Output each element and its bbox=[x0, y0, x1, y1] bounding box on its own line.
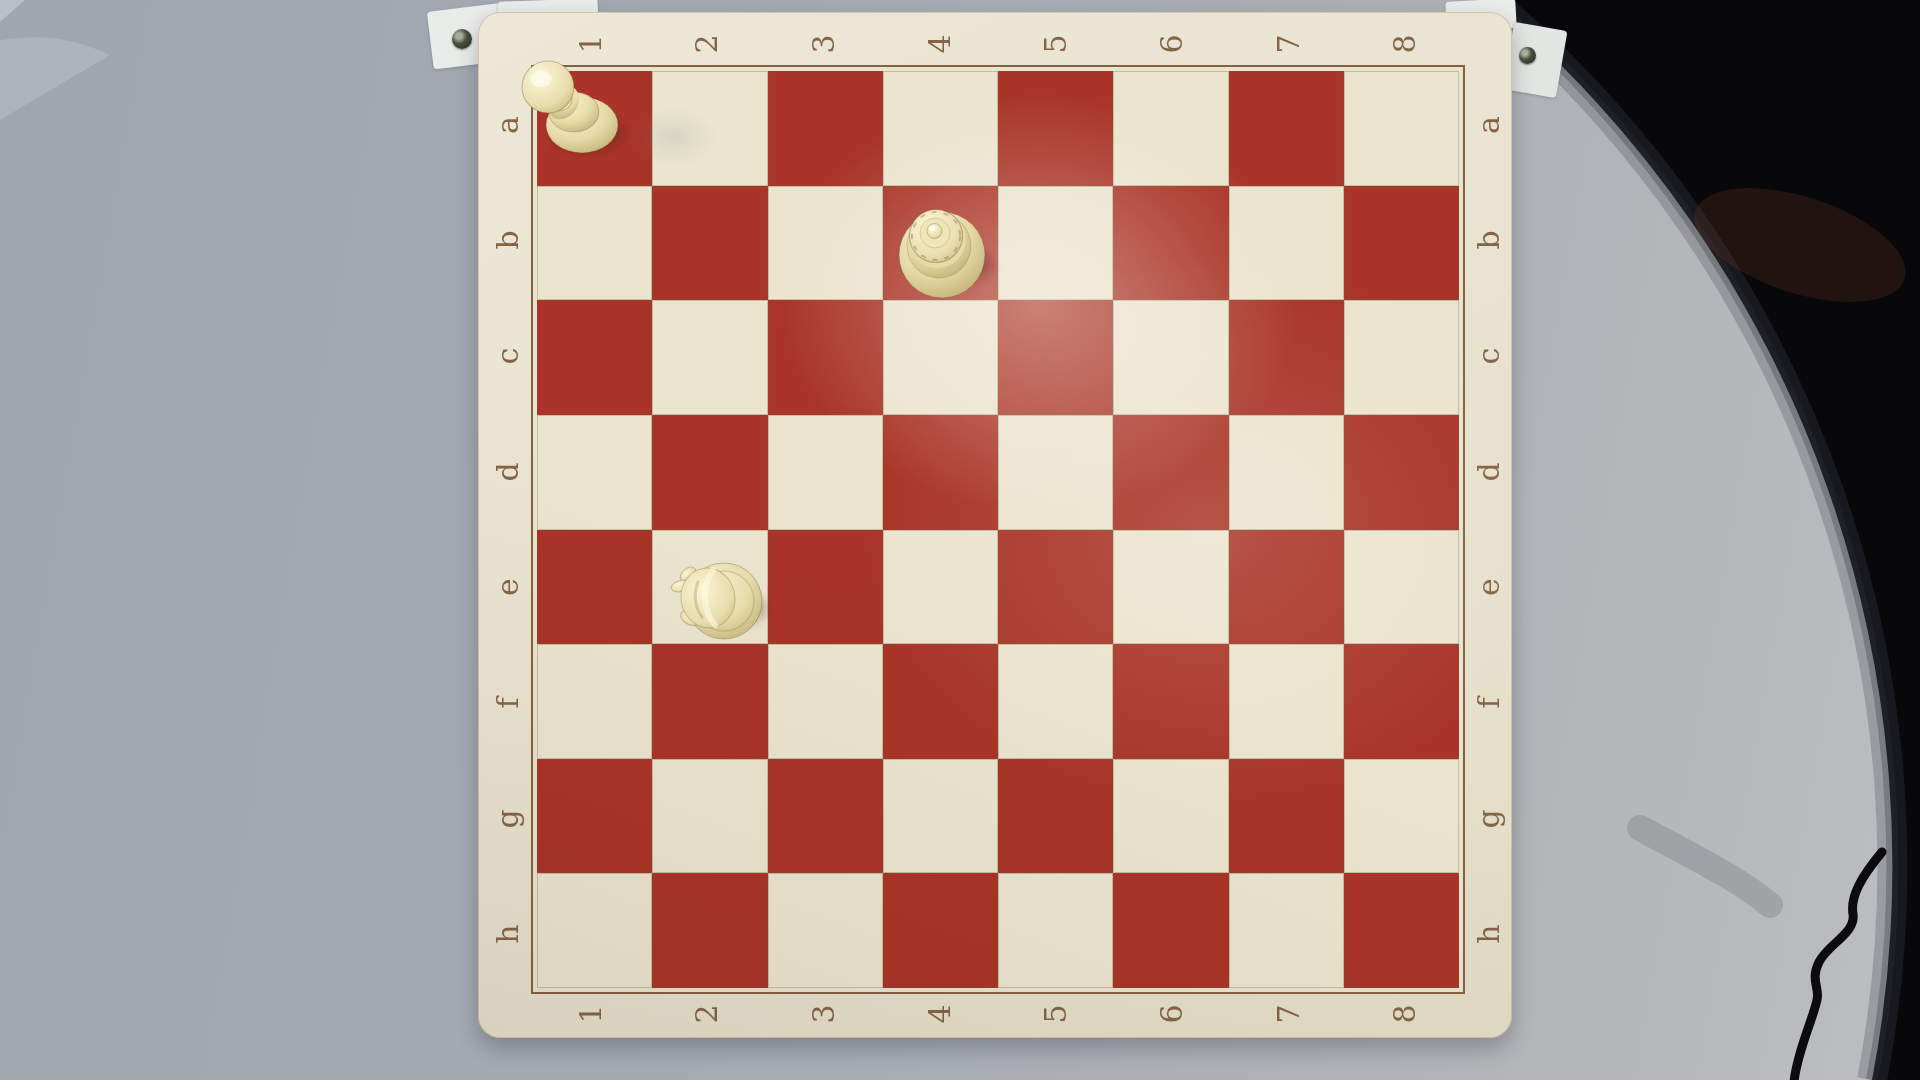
square-b6[interactable] bbox=[1113, 186, 1228, 301]
square-b7[interactable] bbox=[1229, 186, 1344, 301]
square-f6[interactable] bbox=[1113, 644, 1228, 759]
label-bottom-5: 5 bbox=[1041, 1004, 1071, 1023]
square-g7[interactable] bbox=[1229, 759, 1344, 874]
square-h8[interactable] bbox=[1344, 873, 1459, 988]
square-e4[interactable] bbox=[883, 530, 998, 645]
label-left-h: h bbox=[493, 925, 523, 944]
square-g3[interactable] bbox=[768, 759, 883, 874]
label-right-d: d bbox=[1474, 462, 1504, 481]
square-f4[interactable] bbox=[883, 644, 998, 759]
square-a2[interactable] bbox=[652, 71, 767, 186]
square-h4[interactable] bbox=[883, 873, 998, 988]
label-right-g: g bbox=[1474, 809, 1504, 828]
square-b8[interactable] bbox=[1344, 186, 1459, 301]
label-right-e: e bbox=[1474, 578, 1504, 596]
square-e3[interactable] bbox=[768, 530, 883, 645]
label-top-4: 4 bbox=[925, 34, 955, 53]
square-c4[interactable] bbox=[883, 300, 998, 415]
square-h5[interactable] bbox=[998, 873, 1113, 988]
square-g4[interactable] bbox=[883, 759, 998, 874]
piece-white-queen-b4[interactable] bbox=[865, 165, 1015, 315]
square-a7[interactable] bbox=[1229, 71, 1344, 186]
label-top-7: 7 bbox=[1274, 34, 1304, 53]
square-h6[interactable] bbox=[1113, 873, 1228, 988]
square-g1[interactable] bbox=[537, 759, 652, 874]
square-g8[interactable] bbox=[1344, 759, 1459, 874]
label-bottom-2: 2 bbox=[692, 1004, 722, 1023]
square-d5[interactable] bbox=[998, 415, 1113, 530]
square-d3[interactable] bbox=[768, 415, 883, 530]
square-c3[interactable] bbox=[768, 300, 883, 415]
square-d6[interactable] bbox=[1113, 415, 1228, 530]
label-bottom-1: 1 bbox=[576, 1004, 606, 1023]
square-a8[interactable] bbox=[1344, 71, 1459, 186]
label-bottom-4: 4 bbox=[925, 1004, 955, 1023]
square-e6[interactable] bbox=[1113, 530, 1228, 645]
square-b2[interactable] bbox=[652, 186, 767, 301]
square-h1[interactable] bbox=[537, 873, 652, 988]
grommet-screw-right bbox=[1519, 47, 1536, 64]
square-f5[interactable] bbox=[998, 644, 1113, 759]
piece-white-pawn-a1[interactable] bbox=[516, 50, 666, 200]
square-e8[interactable] bbox=[1344, 530, 1459, 645]
label-left-d: d bbox=[493, 462, 523, 481]
label-right-h: h bbox=[1474, 925, 1504, 944]
square-f8[interactable] bbox=[1344, 644, 1459, 759]
square-h2[interactable] bbox=[652, 873, 767, 988]
square-g5[interactable] bbox=[998, 759, 1113, 874]
square-d8[interactable] bbox=[1344, 415, 1459, 530]
square-c2[interactable] bbox=[652, 300, 767, 415]
label-top-6: 6 bbox=[1157, 34, 1187, 53]
square-a5[interactable] bbox=[998, 71, 1113, 186]
label-bottom-7: 7 bbox=[1274, 1004, 1304, 1023]
square-b5[interactable] bbox=[998, 186, 1113, 301]
square-e5[interactable] bbox=[998, 530, 1113, 645]
label-top-3: 3 bbox=[809, 34, 839, 53]
label-bottom-6: 6 bbox=[1157, 1004, 1187, 1023]
square-d4[interactable] bbox=[883, 415, 998, 530]
label-bottom-8: 8 bbox=[1390, 1004, 1420, 1023]
label-left-c: c bbox=[493, 348, 523, 365]
label-top-2: 2 bbox=[692, 34, 722, 53]
square-c5[interactable] bbox=[998, 300, 1113, 415]
table-edge-wedge bbox=[0, 0, 25, 22]
square-h7[interactable] bbox=[1229, 873, 1344, 988]
square-c7[interactable] bbox=[1229, 300, 1344, 415]
square-c8[interactable] bbox=[1344, 300, 1459, 415]
grommet-screw-left bbox=[452, 29, 472, 49]
square-c6[interactable] bbox=[1113, 300, 1228, 415]
label-left-e: e bbox=[493, 578, 523, 596]
square-h3[interactable] bbox=[768, 873, 883, 988]
piece-white-knight-e2[interactable] bbox=[632, 512, 782, 662]
square-f3[interactable] bbox=[768, 644, 883, 759]
label-left-g: g bbox=[493, 809, 523, 828]
label-left-f: f bbox=[493, 697, 523, 708]
square-c1[interactable] bbox=[537, 300, 652, 415]
square-d7[interactable] bbox=[1229, 415, 1344, 530]
square-b1[interactable] bbox=[537, 186, 652, 301]
label-left-b: b bbox=[493, 231, 523, 250]
square-g2[interactable] bbox=[652, 759, 767, 874]
label-right-f: f bbox=[1474, 697, 1504, 708]
chessboard-photo: ♙♕♘ 1234567812345678abcdefghabcdefgh bbox=[0, 0, 1920, 1080]
label-top-5: 5 bbox=[1041, 34, 1071, 53]
label-right-a: a bbox=[1474, 116, 1504, 134]
label-right-b: b bbox=[1474, 231, 1504, 250]
label-right-c: c bbox=[1474, 348, 1504, 365]
label-top-8: 8 bbox=[1390, 34, 1420, 53]
square-g6[interactable] bbox=[1113, 759, 1228, 874]
square-e7[interactable] bbox=[1229, 530, 1344, 645]
square-a6[interactable] bbox=[1113, 71, 1228, 186]
square-f7[interactable] bbox=[1229, 644, 1344, 759]
label-bottom-3: 3 bbox=[809, 1004, 839, 1023]
